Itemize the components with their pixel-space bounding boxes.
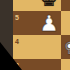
square-c3[interactable] — [61, 59, 70, 70]
square-c6[interactable] — [61, 0, 70, 11]
white-king-icon[interactable]: ♚ — [61, 35, 70, 59]
chess-board[interactable]: ♚5♟4♚3 — [13, 0, 70, 70]
square-b3[interactable] — [37, 59, 61, 70]
square-b6[interactable]: ♚ — [37, 0, 61, 11]
square-b5[interactable]: ♟ — [37, 11, 61, 35]
white-pawn-icon[interactable]: ♟ — [37, 11, 61, 35]
square-c4[interactable]: ♚ — [61, 35, 70, 59]
square-a6[interactable] — [13, 0, 37, 11]
rank-label-4: 4 — [15, 38, 19, 45]
chess-board-screenshot: ♚5♟4♚3 — [0, 0, 70, 70]
square-b4[interactable] — [37, 35, 61, 59]
square-a4[interactable]: 4 — [13, 35, 37, 59]
rank-label-5: 5 — [15, 14, 19, 21]
square-a5[interactable]: 5 — [13, 11, 37, 35]
black-king-icon[interactable]: ♚ — [37, 0, 61, 11]
square-c5[interactable] — [61, 11, 70, 35]
